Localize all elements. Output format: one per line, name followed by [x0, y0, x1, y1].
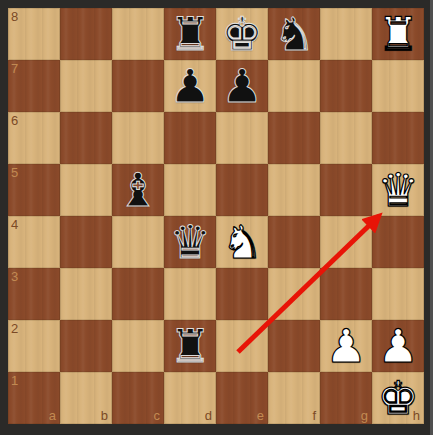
square-a6[interactable]: 6 [8, 112, 60, 164]
square-f3[interactable] [268, 268, 320, 320]
file-label-e: e [257, 409, 264, 422]
square-h1[interactable]: h♚ [372, 372, 424, 424]
piece-white-queen-h5[interactable]: ♛ [372, 164, 424, 216]
square-d6[interactable] [164, 112, 216, 164]
square-b1[interactable]: b [60, 372, 112, 424]
file-label-g: g [361, 409, 368, 422]
rank-label-4: 4 [11, 218, 18, 231]
square-g7[interactable] [320, 60, 372, 112]
square-e1[interactable]: e [216, 372, 268, 424]
piece-black-rook-d8[interactable]: ♜ [164, 8, 216, 60]
piece-white-knight-e4[interactable]: ♞ [216, 216, 268, 268]
piece-white-pawn-g2[interactable]: ♟ [320, 320, 372, 372]
square-e5[interactable] [216, 164, 268, 216]
square-c7[interactable] [112, 60, 164, 112]
square-a3[interactable]: 3 [8, 268, 60, 320]
square-c2[interactable] [112, 320, 164, 372]
square-c8[interactable] [112, 8, 164, 60]
square-a7[interactable]: 7 [8, 60, 60, 112]
square-f5[interactable] [268, 164, 320, 216]
square-b5[interactable] [60, 164, 112, 216]
square-h3[interactable] [372, 268, 424, 320]
square-e4[interactable]: ♞ [216, 216, 268, 268]
chess-board-frame: 8♜♚♞♜7♟♟65♝♛4♛♞32♜♟♟1abcdefgh♚ [0, 0, 433, 435]
square-c3[interactable] [112, 268, 164, 320]
square-b4[interactable] [60, 216, 112, 268]
rank-label-5: 5 [11, 166, 18, 179]
square-g2[interactable]: ♟ [320, 320, 372, 372]
rank-label-2: 2 [11, 322, 18, 335]
square-b8[interactable] [60, 8, 112, 60]
square-h5[interactable]: ♛ [372, 164, 424, 216]
square-h6[interactable] [372, 112, 424, 164]
square-e2[interactable] [216, 320, 268, 372]
rank-label-7: 7 [11, 62, 18, 75]
square-g5[interactable] [320, 164, 372, 216]
square-d3[interactable] [164, 268, 216, 320]
square-g1[interactable]: g [320, 372, 372, 424]
piece-black-queen-d4[interactable]: ♛ [164, 216, 216, 268]
square-a1[interactable]: 1a [8, 372, 60, 424]
square-g3[interactable] [320, 268, 372, 320]
square-e6[interactable] [216, 112, 268, 164]
square-g6[interactable] [320, 112, 372, 164]
square-a4[interactable]: 4 [8, 216, 60, 268]
square-g8[interactable] [320, 8, 372, 60]
square-h4[interactable] [372, 216, 424, 268]
square-b2[interactable] [60, 320, 112, 372]
square-c6[interactable] [112, 112, 164, 164]
square-f6[interactable] [268, 112, 320, 164]
square-h2[interactable]: ♟ [372, 320, 424, 372]
piece-white-rook-h8[interactable]: ♜ [372, 8, 424, 60]
square-e7[interactable]: ♟ [216, 60, 268, 112]
square-a5[interactable]: 5 [8, 164, 60, 216]
square-c1[interactable]: c [112, 372, 164, 424]
square-d7[interactable]: ♟ [164, 60, 216, 112]
file-label-a: a [49, 409, 56, 422]
piece-black-pawn-d7[interactable]: ♟ [164, 60, 216, 112]
square-a8[interactable]: 8 [8, 8, 60, 60]
square-b7[interactable] [60, 60, 112, 112]
piece-black-rook-d2[interactable]: ♜ [164, 320, 216, 372]
square-d5[interactable] [164, 164, 216, 216]
square-d2[interactable]: ♜ [164, 320, 216, 372]
file-label-d: d [205, 409, 212, 422]
square-g4[interactable] [320, 216, 372, 268]
square-b3[interactable] [60, 268, 112, 320]
piece-black-king-e8[interactable]: ♚ [216, 8, 268, 60]
rank-label-8: 8 [11, 10, 18, 23]
square-f7[interactable] [268, 60, 320, 112]
piece-black-pawn-e7[interactable]: ♟ [216, 60, 268, 112]
square-d1[interactable]: d [164, 372, 216, 424]
file-label-h: h [413, 409, 420, 422]
square-f8[interactable]: ♞ [268, 8, 320, 60]
piece-black-knight-f8[interactable]: ♞ [268, 8, 320, 60]
piece-white-pawn-h2[interactable]: ♟ [372, 320, 424, 372]
file-label-f: f [312, 409, 316, 422]
square-e8[interactable]: ♚ [216, 8, 268, 60]
square-d8[interactable]: ♜ [164, 8, 216, 60]
square-h8[interactable]: ♜ [372, 8, 424, 60]
square-c4[interactable] [112, 216, 164, 268]
square-c5[interactable]: ♝ [112, 164, 164, 216]
square-e3[interactable] [216, 268, 268, 320]
rank-label-1: 1 [11, 374, 18, 387]
square-h7[interactable] [372, 60, 424, 112]
square-f4[interactable] [268, 216, 320, 268]
square-f1[interactable]: f [268, 372, 320, 424]
square-d4[interactable]: ♛ [164, 216, 216, 268]
board: 8♜♚♞♜7♟♟65♝♛4♛♞32♜♟♟1abcdefgh♚ [8, 8, 424, 424]
piece-black-bishop-c5[interactable]: ♝ [112, 164, 164, 216]
rank-label-6: 6 [11, 114, 18, 127]
file-label-b: b [101, 409, 108, 422]
rank-label-3: 3 [11, 270, 18, 283]
square-a2[interactable]: 2 [8, 320, 60, 372]
file-label-c: c [154, 409, 161, 422]
square-b6[interactable] [60, 112, 112, 164]
square-f2[interactable] [268, 320, 320, 372]
